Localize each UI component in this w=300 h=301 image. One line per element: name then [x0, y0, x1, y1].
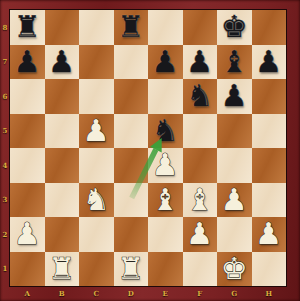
- square-d4[interactable]: [114, 148, 149, 183]
- square-f4[interactable]: [183, 148, 218, 183]
- square-g6[interactable]: ♟: [217, 79, 252, 114]
- square-b3[interactable]: [45, 183, 80, 218]
- square-h7[interactable]: ♟: [252, 45, 287, 80]
- square-c6[interactable]: [79, 79, 114, 114]
- square-e1[interactable]: [148, 252, 183, 287]
- piece-black-knight[interactable]: ♞: [183, 79, 218, 114]
- square-b6[interactable]: [45, 79, 80, 114]
- piece-white-pawn[interactable]: ♟: [148, 148, 183, 183]
- square-b5[interactable]: [45, 114, 80, 149]
- file-label-g: G: [217, 286, 252, 301]
- square-c1[interactable]: [79, 252, 114, 287]
- square-g1[interactable]: ♚: [217, 252, 252, 287]
- square-f6[interactable]: ♞: [183, 79, 218, 114]
- square-h5[interactable]: [252, 114, 287, 149]
- square-b2[interactable]: [45, 217, 80, 252]
- file-label-b: B: [45, 286, 80, 301]
- piece-black-pawn[interactable]: ♟: [148, 45, 183, 80]
- square-e6[interactable]: [148, 79, 183, 114]
- piece-black-rook[interactable]: ♜: [10, 10, 45, 45]
- square-f8[interactable]: [183, 10, 218, 45]
- square-e4[interactable]: ♟: [148, 148, 183, 183]
- square-a3[interactable]: [10, 183, 45, 218]
- square-f3[interactable]: ♝: [183, 183, 218, 218]
- square-a2[interactable]: ♟: [10, 217, 45, 252]
- square-d8[interactable]: ♜: [114, 10, 149, 45]
- square-a8[interactable]: ♜: [10, 10, 45, 45]
- square-a6[interactable]: [10, 79, 45, 114]
- rank-label-3: 3: [0, 183, 10, 218]
- piece-white-pawn[interactable]: ♟: [79, 114, 114, 149]
- square-h3[interactable]: [252, 183, 287, 218]
- rank-label-7: 7: [0, 45, 10, 80]
- square-b7[interactable]: ♟: [45, 45, 80, 80]
- piece-white-rook[interactable]: ♜: [114, 252, 149, 287]
- square-d5[interactable]: [114, 114, 149, 149]
- file-label-e: E: [148, 286, 183, 301]
- square-g8[interactable]: ♚: [217, 10, 252, 45]
- square-e5[interactable]: ♞: [148, 114, 183, 149]
- square-d2[interactable]: [114, 217, 149, 252]
- square-d7[interactable]: [114, 45, 149, 80]
- square-g4[interactable]: [217, 148, 252, 183]
- square-h8[interactable]: [252, 10, 287, 45]
- piece-white-pawn[interactable]: ♟: [183, 217, 218, 252]
- square-d6[interactable]: [114, 79, 149, 114]
- square-g2[interactable]: [217, 217, 252, 252]
- square-f1[interactable]: [183, 252, 218, 287]
- square-b1[interactable]: ♜: [45, 252, 80, 287]
- square-c8[interactable]: [79, 10, 114, 45]
- square-a5[interactable]: [10, 114, 45, 149]
- chess-board[interactable]: ♜♜♚♟♟♟♟♝♟♞♟♟♞♟♞♝♝♟♟♟♟♜♜♚: [10, 10, 286, 286]
- square-a4[interactable]: [10, 148, 45, 183]
- rank-label-2: 2: [0, 217, 10, 252]
- square-b8[interactable]: [45, 10, 80, 45]
- file-label-d: D: [114, 286, 149, 301]
- square-c7[interactable]: [79, 45, 114, 80]
- square-g3[interactable]: ♟: [217, 183, 252, 218]
- square-e2[interactable]: [148, 217, 183, 252]
- square-g7[interactable]: ♝: [217, 45, 252, 80]
- square-f7[interactable]: ♟: [183, 45, 218, 80]
- file-label-c: C: [79, 286, 114, 301]
- square-d3[interactable]: [114, 183, 149, 218]
- piece-black-rook[interactable]: ♜: [114, 10, 149, 45]
- square-e8[interactable]: [148, 10, 183, 45]
- piece-black-king[interactable]: ♚: [217, 10, 252, 45]
- file-label-f: F: [183, 286, 218, 301]
- piece-black-pawn[interactable]: ♟: [217, 79, 252, 114]
- piece-white-rook[interactable]: ♜: [45, 252, 80, 287]
- piece-white-pawn[interactable]: ♟: [252, 217, 287, 252]
- rank-label-4: 4: [0, 148, 10, 183]
- piece-black-pawn[interactable]: ♟: [183, 45, 218, 80]
- piece-black-pawn[interactable]: ♟: [10, 45, 45, 80]
- square-f2[interactable]: ♟: [183, 217, 218, 252]
- square-a7[interactable]: ♟: [10, 45, 45, 80]
- rank-label-6: 6: [0, 79, 10, 114]
- square-c2[interactable]: [79, 217, 114, 252]
- square-a1[interactable]: [10, 252, 45, 287]
- square-g5[interactable]: [217, 114, 252, 149]
- piece-white-pawn[interactable]: ♟: [217, 183, 252, 218]
- rank-labels: 87654321: [0, 10, 10, 286]
- piece-black-pawn[interactable]: ♟: [45, 45, 80, 80]
- piece-white-pawn[interactable]: ♟: [10, 217, 45, 252]
- square-c3[interactable]: ♞: [79, 183, 114, 218]
- square-c4[interactable]: [79, 148, 114, 183]
- piece-white-bishop[interactable]: ♝: [183, 183, 218, 218]
- piece-black-knight[interactable]: ♞: [148, 114, 183, 149]
- rank-label-5: 5: [0, 114, 10, 149]
- chess-board-frame: 87654321 ABCDEFGH ♜♜♚♟♟♟♟♝♟♞♟♟♞♟♞♝♝♟♟♟♟♜…: [0, 0, 300, 301]
- file-labels: ABCDEFGH: [10, 286, 286, 301]
- square-h6[interactable]: [252, 79, 287, 114]
- rank-label-1: 1: [0, 252, 10, 287]
- piece-white-king[interactable]: ♚: [217, 252, 252, 287]
- square-b4[interactable]: [45, 148, 80, 183]
- piece-black-pawn[interactable]: ♟: [252, 45, 287, 80]
- square-h2[interactable]: ♟: [252, 217, 287, 252]
- square-e7[interactable]: ♟: [148, 45, 183, 80]
- file-label-a: A: [10, 286, 45, 301]
- rank-label-8: 8: [0, 10, 10, 45]
- piece-white-bishop[interactable]: ♝: [148, 183, 183, 218]
- square-h4[interactable]: [252, 148, 287, 183]
- square-c5[interactable]: ♟: [79, 114, 114, 149]
- square-f5[interactable]: [183, 114, 218, 149]
- square-d1[interactable]: ♜: [114, 252, 149, 287]
- square-h1[interactable]: [252, 252, 287, 287]
- file-label-h: H: [252, 286, 287, 301]
- piece-white-knight[interactable]: ♞: [79, 183, 114, 218]
- piece-black-bishop[interactable]: ♝: [217, 45, 252, 80]
- square-e3[interactable]: ♝: [148, 183, 183, 218]
